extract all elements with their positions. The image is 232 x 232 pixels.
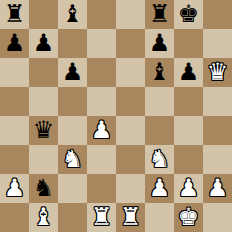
square-h4[interactable] — [203, 116, 232, 145]
piece-white-king: ♚ — [178, 203, 200, 232]
piece-black-king: ♚ — [178, 0, 200, 29]
square-a7[interactable]: ♟ — [0, 29, 29, 58]
square-f3[interactable]: ♞ — [145, 145, 174, 174]
square-d6[interactable] — [87, 58, 116, 87]
square-h3[interactable] — [203, 145, 232, 174]
square-c1[interactable] — [58, 203, 87, 232]
square-f5[interactable] — [145, 87, 174, 116]
piece-white-pawn: ♟ — [178, 174, 200, 203]
square-c7[interactable] — [58, 29, 87, 58]
square-d7[interactable] — [87, 29, 116, 58]
piece-black-pawn: ♟ — [149, 29, 171, 58]
square-b5[interactable] — [29, 87, 58, 116]
square-c2[interactable] — [58, 174, 87, 203]
square-e6[interactable] — [116, 58, 145, 87]
square-g2[interactable]: ♟ — [174, 174, 203, 203]
square-c3[interactable]: ♞ — [58, 145, 87, 174]
square-f4[interactable] — [145, 116, 174, 145]
square-f6[interactable]: ♝ — [145, 58, 174, 87]
piece-white-pawn: ♟ — [4, 174, 26, 203]
square-h1[interactable] — [203, 203, 232, 232]
square-g3[interactable] — [174, 145, 203, 174]
square-c8[interactable]: ♝ — [58, 0, 87, 29]
piece-white-queen: ♛ — [207, 58, 229, 87]
square-e5[interactable] — [116, 87, 145, 116]
square-g1[interactable]: ♚ — [174, 203, 203, 232]
piece-white-knight: ♞ — [62, 145, 84, 174]
square-g4[interactable] — [174, 116, 203, 145]
square-h6[interactable]: ♛ — [203, 58, 232, 87]
square-a4[interactable] — [0, 116, 29, 145]
piece-white-pawn: ♟ — [149, 174, 171, 203]
square-e3[interactable] — [116, 145, 145, 174]
square-b6[interactable] — [29, 58, 58, 87]
piece-black-rook: ♜ — [4, 0, 26, 29]
square-d3[interactable] — [87, 145, 116, 174]
square-a1[interactable] — [0, 203, 29, 232]
square-g8[interactable]: ♚ — [174, 0, 203, 29]
piece-white-rook: ♜ — [91, 203, 113, 232]
piece-black-pawn: ♟ — [178, 58, 200, 87]
square-f2[interactable]: ♟ — [145, 174, 174, 203]
piece-black-queen: ♛ — [33, 116, 55, 145]
piece-black-bishop: ♝ — [62, 0, 84, 29]
piece-black-knight: ♞ — [33, 174, 55, 203]
piece-white-pawn: ♟ — [91, 116, 113, 145]
square-f7[interactable]: ♟ — [145, 29, 174, 58]
square-f8[interactable]: ♜ — [145, 0, 174, 29]
piece-black-pawn: ♟ — [62, 58, 84, 87]
square-a8[interactable]: ♜ — [0, 0, 29, 29]
square-b8[interactable] — [29, 0, 58, 29]
square-e1[interactable]: ♜ — [116, 203, 145, 232]
square-g7[interactable] — [174, 29, 203, 58]
square-f1[interactable] — [145, 203, 174, 232]
square-b4[interactable]: ♛ — [29, 116, 58, 145]
square-c4[interactable] — [58, 116, 87, 145]
square-d4[interactable]: ♟ — [87, 116, 116, 145]
square-h2[interactable]: ♟ — [203, 174, 232, 203]
square-a2[interactable]: ♟ — [0, 174, 29, 203]
piece-white-bishop: ♝ — [33, 203, 55, 232]
piece-black-bishop: ♝ — [149, 58, 171, 87]
square-d8[interactable] — [87, 0, 116, 29]
piece-white-knight: ♞ — [149, 145, 171, 174]
square-h7[interactable] — [203, 29, 232, 58]
piece-black-rook: ♜ — [149, 0, 171, 29]
piece-white-pawn: ♟ — [207, 174, 229, 203]
square-e8[interactable] — [116, 0, 145, 29]
square-e4[interactable] — [116, 116, 145, 145]
square-b7[interactable]: ♟ — [29, 29, 58, 58]
square-g6[interactable]: ♟ — [174, 58, 203, 87]
square-b1[interactable]: ♝ — [29, 203, 58, 232]
square-d2[interactable] — [87, 174, 116, 203]
square-a5[interactable] — [0, 87, 29, 116]
square-c5[interactable] — [58, 87, 87, 116]
square-e7[interactable] — [116, 29, 145, 58]
square-a6[interactable] — [0, 58, 29, 87]
square-e2[interactable] — [116, 174, 145, 203]
chess-board: ♜♝♜♚♟♟♟♟♝♟♛♛♟♞♞♟♞♟♟♟♝♜♜♚ — [0, 0, 232, 232]
square-b3[interactable] — [29, 145, 58, 174]
square-c6[interactable]: ♟ — [58, 58, 87, 87]
square-b2[interactable]: ♞ — [29, 174, 58, 203]
piece-black-pawn: ♟ — [4, 29, 26, 58]
piece-black-pawn: ♟ — [33, 29, 55, 58]
piece-white-rook: ♜ — [120, 203, 142, 232]
square-g5[interactable] — [174, 87, 203, 116]
square-d5[interactable] — [87, 87, 116, 116]
square-a3[interactable] — [0, 145, 29, 174]
square-h8[interactable] — [203, 0, 232, 29]
square-h5[interactable] — [203, 87, 232, 116]
square-d1[interactable]: ♜ — [87, 203, 116, 232]
